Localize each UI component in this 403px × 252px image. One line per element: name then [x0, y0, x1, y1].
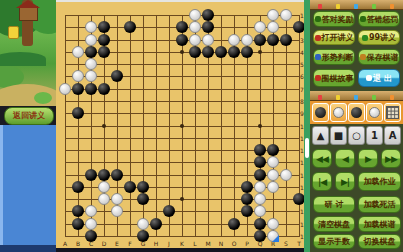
black-stone — [176, 21, 188, 33]
black-stone — [150, 218, 162, 230]
white-stone — [280, 9, 292, 21]
check-icon — [360, 16, 366, 22]
column-label: P — [245, 240, 249, 247]
scrollbar-thumb[interactable] — [305, 138, 309, 158]
white-stone — [85, 70, 97, 82]
black-stone — [254, 156, 266, 168]
cartoon-scene — [0, 0, 56, 106]
go-story-button[interactable]: 围棋故事 — [313, 69, 355, 87]
black-stone — [137, 181, 149, 193]
rail-charm — [336, 4, 340, 9]
discuss-button[interactable]: 研 讨 — [313, 196, 355, 213]
black-stone — [98, 83, 110, 95]
return-to-lecture-button[interactable]: 返回讲义 — [4, 107, 54, 125]
marker-tool-number-button[interactable]: 1 — [366, 126, 383, 145]
hanging-sign — [8, 26, 19, 39]
judge-position-button[interactable]: 形势判断 — [313, 49, 355, 65]
white-stone — [85, 58, 97, 70]
column-label: A — [63, 240, 67, 247]
treehouse — [19, 6, 38, 21]
white-stone — [267, 181, 279, 193]
white-stone-icon — [333, 107, 344, 118]
black-stone — [111, 70, 123, 82]
black-stone — [280, 34, 292, 46]
sidebar: 返回讲义 — [0, 0, 56, 252]
black-stone — [124, 21, 136, 33]
white-stone — [189, 21, 201, 33]
last-move-marker — [272, 235, 279, 242]
white-stone — [85, 205, 97, 217]
column-label: T — [297, 240, 301, 247]
white-stone — [72, 70, 84, 82]
column-label: M — [205, 240, 210, 247]
black-stone — [228, 218, 240, 230]
black-stone — [85, 46, 97, 58]
story-icon — [315, 75, 321, 81]
penalty-wrong-button[interactable]: 答错惩罚 — [358, 11, 400, 27]
first-move-icon: |◀ — [318, 177, 326, 187]
book-icon — [362, 35, 368, 41]
black-stone — [85, 230, 97, 242]
star-point — [180, 197, 184, 201]
black-stone — [215, 46, 227, 58]
column-label: J — [168, 240, 170, 247]
nav-fast-back-button[interactable]: ◀◀ — [312, 149, 332, 168]
board-bottom-edge — [56, 248, 306, 252]
white-stone — [267, 218, 279, 230]
marker-tool-letter-button[interactable]: A — [384, 126, 401, 145]
treehouse-roof — [16, 0, 40, 8]
white-stone — [85, 218, 97, 230]
clear-board-button[interactable]: 清空棋盘 — [313, 216, 355, 232]
rail-charm — [390, 95, 394, 100]
fast-forward-icon: ▶▶ — [385, 154, 397, 164]
button-label: 退 出 — [373, 73, 392, 84]
black-stone — [98, 169, 110, 181]
black-stone — [189, 46, 201, 58]
open-notes-button[interactable]: 打开讲义 — [313, 30, 355, 45]
button-label: 研 讨 — [325, 199, 344, 210]
star-point — [180, 124, 184, 128]
black-stone — [241, 205, 253, 217]
white-stone — [267, 9, 279, 21]
nav-fast-forward-button[interactable]: ▶▶ — [381, 149, 401, 168]
marker-tool-square-button[interactable]: ■ — [330, 126, 347, 145]
white-stone — [267, 156, 279, 168]
white-stone-tool-button[interactable] — [366, 103, 383, 122]
reward-correct-button[interactable]: 答对奖励 — [313, 11, 355, 27]
star-point — [102, 124, 106, 128]
black-stone-tool-button[interactable] — [348, 103, 365, 122]
column-label: K — [180, 240, 184, 247]
grid-line-h — [65, 138, 300, 139]
white-stone — [254, 193, 266, 205]
exit-icon — [366, 75, 372, 81]
black-stone — [72, 181, 84, 193]
column-label: F — [128, 240, 131, 247]
check-icon — [315, 16, 321, 22]
column-label: L — [193, 240, 196, 247]
black-stone — [72, 205, 84, 217]
star-point — [258, 124, 262, 128]
white-stone — [254, 205, 266, 217]
white-stone — [111, 205, 123, 217]
grid-line-v — [286, 15, 287, 236]
button-label: 99讲义 — [369, 32, 396, 43]
save-kifu-button[interactable]: 保存棋谱 — [358, 49, 400, 65]
black-stone-icon — [315, 107, 326, 118]
black-stone — [137, 230, 149, 242]
pagoda-roof — [0, 52, 46, 66]
column-label: N — [219, 240, 224, 247]
button-label: 答对奖励 — [322, 14, 354, 25]
star-point — [258, 50, 262, 54]
rail-charm — [354, 4, 358, 9]
white-stone — [72, 46, 84, 58]
white-stone — [59, 83, 71, 95]
load-kifu-button[interactable]: 加载棋谱 — [358, 216, 401, 232]
black-stone — [267, 34, 279, 46]
white-stone — [254, 181, 266, 193]
go-board[interactable]: A1B2C3D4E5F6G7H8J9K10L11M12N13O14P15Q16R… — [56, 0, 306, 252]
load-homework-button[interactable]: 加载作业 — [358, 172, 401, 191]
column-label: O — [232, 240, 237, 247]
white-stone — [228, 34, 240, 46]
black-stone — [241, 181, 253, 193]
black-stone — [241, 193, 253, 205]
white-stone — [202, 34, 214, 46]
button-label: 切换棋盘 — [364, 236, 396, 247]
white-stone — [85, 21, 97, 33]
load-tsumego-button[interactable]: 加载死活 — [358, 196, 401, 213]
rail-charm — [336, 95, 340, 100]
white-stone — [98, 193, 110, 205]
column-label: S — [284, 240, 288, 247]
black-stone — [72, 83, 84, 95]
nav-forward-button[interactable]: ▶ — [358, 149, 378, 168]
button-label: 加载作业 — [364, 176, 396, 187]
black-stone — [202, 21, 214, 33]
button-label: 加载棋谱 — [364, 219, 396, 230]
white-stone — [280, 169, 292, 181]
black-stone — [85, 83, 97, 95]
white-stone-icon — [369, 107, 380, 118]
forward-icon: ▶ — [365, 154, 371, 164]
white-stone — [267, 169, 279, 181]
button-label: 形势判断 — [322, 52, 354, 63]
black-stone — [111, 169, 123, 181]
column-label: D — [102, 240, 107, 247]
bush — [34, 92, 52, 104]
scale-icon — [315, 54, 321, 60]
last-move-icon: ▶| — [341, 177, 349, 187]
white-stone — [111, 193, 123, 205]
white-stone — [189, 34, 201, 46]
nav-back-button[interactable]: ◀ — [335, 149, 355, 168]
button-label: 保存棋谱 — [367, 52, 399, 63]
disk-icon — [360, 54, 366, 60]
white-stone-tool-button[interactable] — [330, 103, 347, 122]
black-stone — [267, 144, 279, 156]
button-label: 显示手数 — [318, 236, 350, 247]
back-icon: ◀ — [342, 154, 348, 164]
black-stone — [202, 9, 214, 21]
black-stone — [124, 181, 136, 193]
black-stone — [98, 21, 110, 33]
board-grid-icon — [386, 106, 399, 119]
white-stone — [241, 34, 253, 46]
black-stone — [254, 34, 266, 46]
marker-tool-triangle-button[interactable]: ▲ — [312, 126, 329, 145]
black-stone — [254, 230, 266, 242]
decor-rail — [310, 91, 403, 101]
show-moves-button[interactable]: 显示手数 — [313, 234, 355, 249]
board-grid-tool-button[interactable] — [384, 103, 401, 122]
black-stone — [98, 46, 110, 58]
white-stone — [85, 34, 97, 46]
column-label: H — [154, 240, 159, 247]
black-stone — [98, 34, 110, 46]
rail-charm — [372, 4, 376, 9]
column-label: B — [76, 240, 80, 247]
exit-button[interactable]: 退 出 — [358, 69, 400, 87]
button-label: 围棋故事 — [322, 73, 354, 84]
button-label: 打开讲义 — [322, 32, 354, 43]
black-stone — [241, 46, 253, 58]
go-teaching-app: 返回讲义 A1B2C3D4E5F6G7H8J9K10L11M12N13O14P1… — [0, 0, 403, 252]
sidebar-blue-panel — [0, 125, 56, 252]
black-stone — [176, 34, 188, 46]
grid-line-v — [273, 15, 274, 236]
black-stone — [254, 144, 266, 156]
decor-rail — [310, 0, 403, 10]
white-stone — [267, 21, 279, 33]
rail-charm — [390, 4, 394, 9]
button-label: 清空棋盘 — [318, 219, 350, 230]
black-stone — [202, 46, 214, 58]
white-stone — [267, 230, 279, 242]
black-stone — [72, 107, 84, 119]
star-point — [180, 50, 184, 54]
column-label: E — [115, 240, 119, 247]
black-stone-icon — [351, 107, 362, 118]
black-stone — [228, 46, 240, 58]
rail-charm — [354, 95, 358, 100]
white-stone — [98, 181, 110, 193]
black-stone — [72, 218, 84, 230]
white-stone — [137, 218, 149, 230]
black-stone — [137, 193, 149, 205]
black-stone — [254, 218, 266, 230]
switch-board-button[interactable]: 切换棋盘 — [358, 234, 401, 249]
book-icon — [315, 35, 321, 41]
button-label: 答错惩罚 — [367, 14, 399, 25]
black-stone — [254, 169, 266, 181]
white-stone — [254, 21, 266, 33]
rail-charm — [372, 95, 376, 100]
nav-last-button[interactable]: ▶| — [335, 172, 355, 191]
white-stone — [189, 9, 201, 21]
black-stone-tool-button[interactable] — [312, 103, 329, 122]
nav-first-button[interactable]: |◀ — [312, 172, 332, 191]
button-label: 加载死活 — [364, 199, 396, 210]
window-top-edge — [56, 0, 306, 2]
panel-footer — [0, 245, 56, 252]
black-stone — [163, 205, 175, 217]
notes-99-button[interactable]: 99讲义 — [358, 30, 400, 45]
marker-tool-circle-button[interactable]: ○ — [348, 126, 365, 145]
control-panel: 答对奖励 答错惩罚 打开讲义 99讲义 形势判断 保存棋谱 围棋故事 退 出 ◀… — [310, 0, 403, 252]
rail-charm — [318, 95, 322, 100]
fast-back-icon: ◀◀ — [316, 154, 328, 164]
rail-charm — [318, 4, 322, 9]
black-stone — [85, 169, 97, 181]
